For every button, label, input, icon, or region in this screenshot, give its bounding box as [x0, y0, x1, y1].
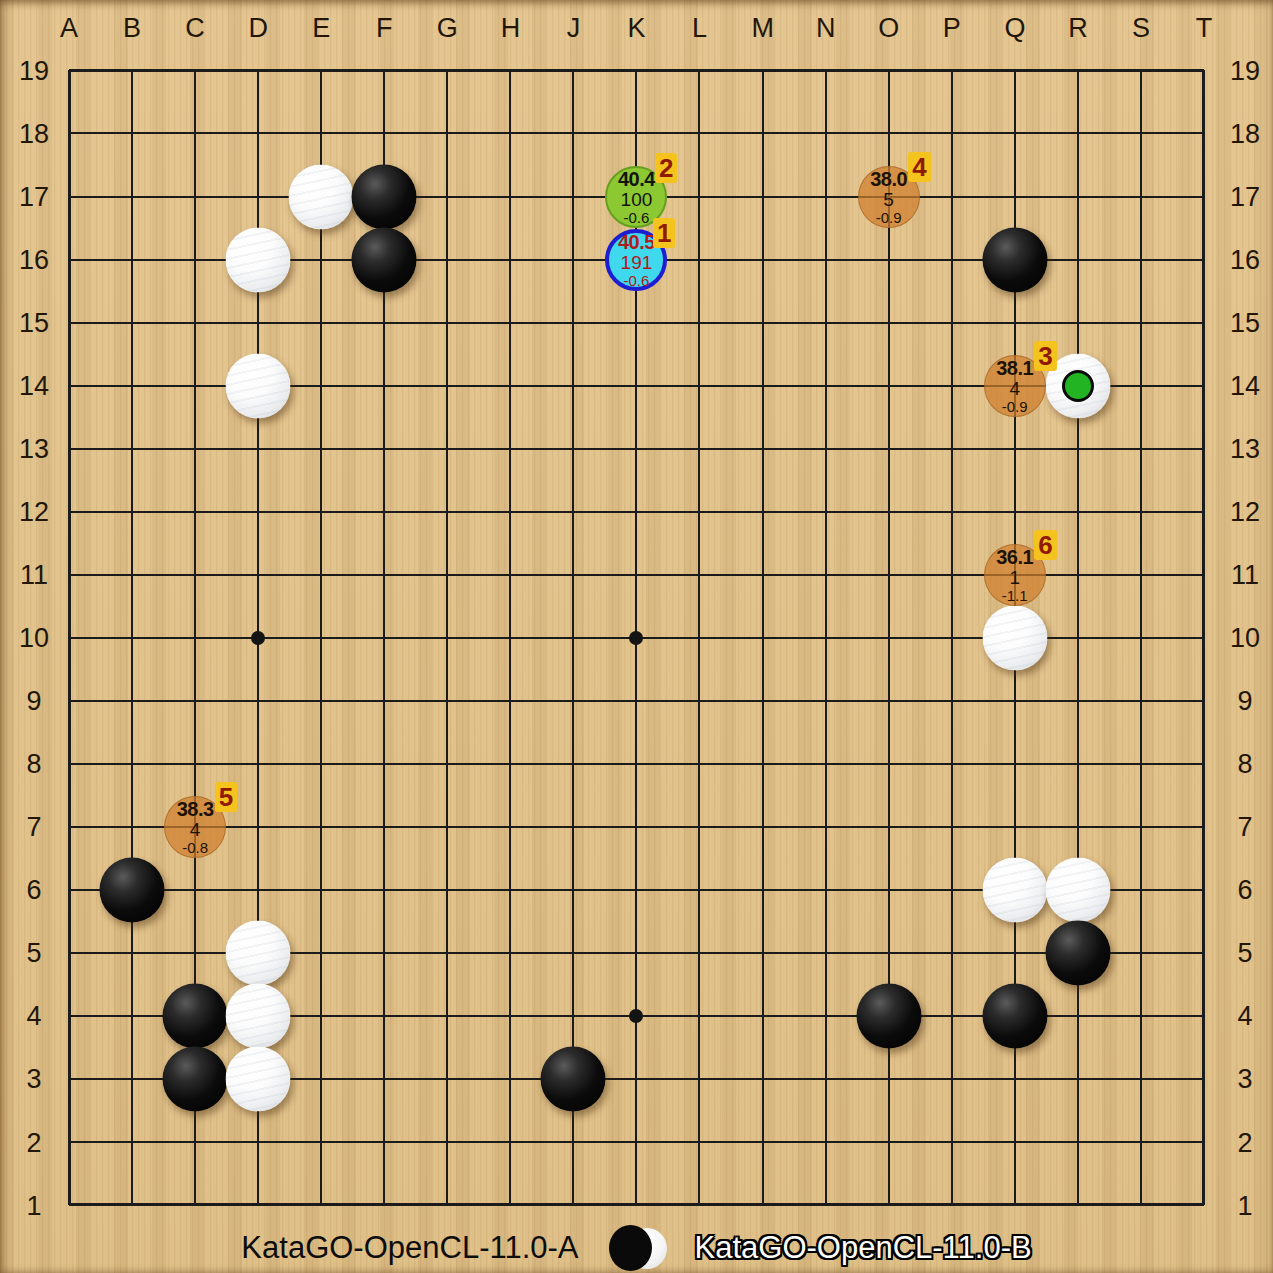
intersection-T7[interactable] — [1172, 795, 1235, 858]
intersection-A6[interactable] — [38, 859, 101, 922]
intersection-O14[interactable] — [857, 354, 920, 417]
intersection-N3[interactable] — [794, 1048, 857, 1111]
intersection-E8[interactable] — [290, 732, 353, 795]
intersection-L5[interactable] — [668, 922, 731, 985]
intersection-N15[interactable] — [794, 291, 857, 354]
intersection-L3[interactable] — [668, 1048, 731, 1111]
intersection-Q4[interactable] — [983, 985, 1046, 1048]
intersection-D19[interactable] — [227, 39, 290, 102]
intersection-D13[interactable] — [227, 417, 290, 480]
intersection-N8[interactable] — [794, 732, 857, 795]
intersection-G2[interactable] — [416, 1111, 479, 1174]
intersection-C13[interactable] — [164, 417, 227, 480]
intersection-S9[interactable] — [1109, 669, 1172, 732]
intersection-T14[interactable] — [1172, 354, 1235, 417]
intersection-M18[interactable] — [731, 102, 794, 165]
candidate-move-C7[interactable]: 38.34-0.85 — [164, 796, 226, 858]
intersection-P16[interactable] — [920, 228, 983, 291]
intersection-T10[interactable] — [1172, 606, 1235, 669]
intersection-O15[interactable] — [857, 291, 920, 354]
intersection-N10[interactable] — [794, 606, 857, 669]
intersection-H4[interactable] — [479, 985, 542, 1048]
intersection-J16[interactable] — [542, 228, 605, 291]
intersection-H3[interactable] — [479, 1048, 542, 1111]
candidate-move-O17[interactable]: 38.05-0.94 — [858, 166, 920, 228]
intersection-B15[interactable] — [101, 291, 164, 354]
intersection-B11[interactable] — [101, 543, 164, 606]
intersection-T15[interactable] — [1172, 291, 1235, 354]
intersection-B17[interactable] — [101, 165, 164, 228]
intersection-G9[interactable] — [416, 669, 479, 732]
intersection-Q18[interactable] — [983, 102, 1046, 165]
intersection-C11[interactable] — [164, 543, 227, 606]
intersection-E4[interactable] — [290, 985, 353, 1048]
intersection-L15[interactable] — [668, 291, 731, 354]
intersection-K7[interactable] — [605, 795, 668, 858]
intersection-G15[interactable] — [416, 291, 479, 354]
intersection-F2[interactable] — [353, 1111, 416, 1174]
intersection-F12[interactable] — [353, 480, 416, 543]
intersection-L12[interactable] — [668, 480, 731, 543]
intersection-S10[interactable] — [1109, 606, 1172, 669]
intersection-H12[interactable] — [479, 480, 542, 543]
intersection-D3[interactable] — [227, 1048, 290, 1111]
intersection-B14[interactable] — [101, 354, 164, 417]
intersection-B16[interactable] — [101, 228, 164, 291]
intersection-N2[interactable] — [794, 1111, 857, 1174]
intersection-S7[interactable] — [1109, 795, 1172, 858]
intersection-R16[interactable] — [1046, 228, 1109, 291]
intersection-H14[interactable] — [479, 354, 542, 417]
intersection-J12[interactable] — [542, 480, 605, 543]
intersection-A2[interactable] — [38, 1111, 101, 1174]
intersection-P15[interactable] — [920, 291, 983, 354]
intersection-E2[interactable] — [290, 1111, 353, 1174]
intersection-B8[interactable] — [101, 732, 164, 795]
intersection-P5[interactable] — [920, 922, 983, 985]
intersection-P9[interactable] — [920, 669, 983, 732]
intersection-L6[interactable] — [668, 859, 731, 922]
intersection-T6[interactable] — [1172, 859, 1235, 922]
intersection-M10[interactable] — [731, 606, 794, 669]
intersection-R6[interactable] — [1046, 859, 1109, 922]
intersection-M5[interactable] — [731, 922, 794, 985]
intersection-T4[interactable] — [1172, 985, 1235, 1048]
intersection-R17[interactable] — [1046, 165, 1109, 228]
intersection-K15[interactable] — [605, 291, 668, 354]
intersection-T12[interactable] — [1172, 480, 1235, 543]
intersection-O7[interactable] — [857, 795, 920, 858]
intersection-S19[interactable] — [1109, 39, 1172, 102]
intersection-Q17[interactable] — [983, 165, 1046, 228]
intersection-M7[interactable] — [731, 795, 794, 858]
intersection-F15[interactable] — [353, 291, 416, 354]
intersection-L2[interactable] — [668, 1111, 731, 1174]
intersection-A9[interactable] — [38, 669, 101, 732]
intersection-N17[interactable] — [794, 165, 857, 228]
intersection-J10[interactable] — [542, 606, 605, 669]
intersection-T9[interactable] — [1172, 669, 1235, 732]
intersection-Q10[interactable] — [983, 606, 1046, 669]
intersection-D10[interactable] — [227, 606, 290, 669]
intersection-T8[interactable] — [1172, 732, 1235, 795]
intersection-D6[interactable] — [227, 859, 290, 922]
intersection-L10[interactable] — [668, 606, 731, 669]
intersection-P11[interactable] — [920, 543, 983, 606]
intersection-R3[interactable] — [1046, 1048, 1109, 1111]
intersection-A7[interactable] — [38, 795, 101, 858]
intersection-C4[interactable] — [164, 985, 227, 1048]
intersection-E7[interactable] — [290, 795, 353, 858]
intersection-S12[interactable] — [1109, 480, 1172, 543]
intersection-M13[interactable] — [731, 417, 794, 480]
intersection-S6[interactable] — [1109, 859, 1172, 922]
intersection-J19[interactable] — [542, 39, 605, 102]
intersection-S17[interactable] — [1109, 165, 1172, 228]
intersection-S11[interactable] — [1109, 543, 1172, 606]
intersection-M11[interactable] — [731, 543, 794, 606]
intersection-H10[interactable] — [479, 606, 542, 669]
intersection-P13[interactable] — [920, 417, 983, 480]
intersection-K14[interactable] — [605, 354, 668, 417]
intersection-G14[interactable] — [416, 354, 479, 417]
intersection-O16[interactable] — [857, 228, 920, 291]
intersection-C7[interactable]: 38.34-0.85 — [164, 795, 227, 858]
intersection-M2[interactable] — [731, 1111, 794, 1174]
intersection-J5[interactable] — [542, 922, 605, 985]
intersection-H15[interactable] — [479, 291, 542, 354]
intersection-N18[interactable] — [794, 102, 857, 165]
intersection-J9[interactable] — [542, 669, 605, 732]
intersection-M9[interactable] — [731, 669, 794, 732]
intersection-F9[interactable] — [353, 669, 416, 732]
intersection-H17[interactable] — [479, 165, 542, 228]
intersection-G3[interactable] — [416, 1048, 479, 1111]
intersection-K3[interactable] — [605, 1048, 668, 1111]
candidate-move-K16[interactable]: 40.5191-0.61 — [605, 229, 667, 291]
intersection-E18[interactable] — [290, 102, 353, 165]
intersection-P10[interactable] — [920, 606, 983, 669]
intersection-J11[interactable] — [542, 543, 605, 606]
intersection-H19[interactable] — [479, 39, 542, 102]
intersection-R19[interactable] — [1046, 39, 1109, 102]
intersection-N14[interactable] — [794, 354, 857, 417]
intersection-O6[interactable] — [857, 859, 920, 922]
intersection-T18[interactable] — [1172, 102, 1235, 165]
intersection-N4[interactable] — [794, 985, 857, 1048]
intersection-H6[interactable] — [479, 859, 542, 922]
intersection-D9[interactable] — [227, 669, 290, 732]
intersection-Q11[interactable]: 36.11-1.16 — [983, 543, 1046, 606]
intersection-J6[interactable] — [542, 859, 605, 922]
intersection-A5[interactable] — [38, 922, 101, 985]
intersection-E12[interactable] — [290, 480, 353, 543]
intersection-O19[interactable] — [857, 39, 920, 102]
intersection-S15[interactable] — [1109, 291, 1172, 354]
intersection-G4[interactable] — [416, 985, 479, 1048]
intersection-M16[interactable] — [731, 228, 794, 291]
intersection-J15[interactable] — [542, 291, 605, 354]
intersection-H13[interactable] — [479, 417, 542, 480]
intersection-L4[interactable] — [668, 985, 731, 1048]
intersection-J17[interactable] — [542, 165, 605, 228]
intersection-Q5[interactable] — [983, 922, 1046, 985]
intersection-H11[interactable] — [479, 543, 542, 606]
intersection-D14[interactable] — [227, 354, 290, 417]
intersection-A3[interactable] — [38, 1048, 101, 1111]
intersection-O8[interactable] — [857, 732, 920, 795]
intersection-N11[interactable] — [794, 543, 857, 606]
intersection-D2[interactable] — [227, 1111, 290, 1174]
intersection-G6[interactable] — [416, 859, 479, 922]
intersection-F11[interactable] — [353, 543, 416, 606]
intersection-B4[interactable] — [101, 985, 164, 1048]
intersection-N13[interactable] — [794, 417, 857, 480]
intersection-F5[interactable] — [353, 922, 416, 985]
intersection-C14[interactable] — [164, 354, 227, 417]
intersection-B19[interactable] — [101, 39, 164, 102]
intersection-H16[interactable] — [479, 228, 542, 291]
intersection-C2[interactable] — [164, 1111, 227, 1174]
intersection-G17[interactable] — [416, 165, 479, 228]
intersection-B7[interactable] — [101, 795, 164, 858]
intersection-K12[interactable] — [605, 480, 668, 543]
intersection-C5[interactable] — [164, 922, 227, 985]
intersection-C19[interactable] — [164, 39, 227, 102]
intersection-L8[interactable] — [668, 732, 731, 795]
intersection-S18[interactable] — [1109, 102, 1172, 165]
intersection-O2[interactable] — [857, 1111, 920, 1174]
intersection-N12[interactable] — [794, 480, 857, 543]
intersection-E3[interactable] — [290, 1048, 353, 1111]
intersection-N6[interactable] — [794, 859, 857, 922]
intersection-M4[interactable] — [731, 985, 794, 1048]
intersection-P2[interactable] — [920, 1111, 983, 1174]
intersection-E17[interactable] — [290, 165, 353, 228]
intersection-Q9[interactable] — [983, 669, 1046, 732]
intersection-C10[interactable] — [164, 606, 227, 669]
intersection-B10[interactable] — [101, 606, 164, 669]
intersection-N9[interactable] — [794, 669, 857, 732]
intersection-L11[interactable] — [668, 543, 731, 606]
intersection-S5[interactable] — [1109, 922, 1172, 985]
intersection-M6[interactable] — [731, 859, 794, 922]
intersection-M15[interactable] — [731, 291, 794, 354]
intersection-T13[interactable] — [1172, 417, 1235, 480]
intersection-S3[interactable] — [1109, 1048, 1172, 1111]
intersection-G10[interactable] — [416, 606, 479, 669]
intersection-B6[interactable] — [101, 859, 164, 922]
intersection-K16[interactable]: 40.5191-0.61 — [605, 228, 668, 291]
intersection-J13[interactable] — [542, 417, 605, 480]
intersection-B2[interactable] — [101, 1111, 164, 1174]
intersection-C12[interactable] — [164, 480, 227, 543]
intersection-F18[interactable] — [353, 102, 416, 165]
intersection-D17[interactable] — [227, 165, 290, 228]
intersection-G19[interactable] — [416, 39, 479, 102]
intersection-M12[interactable] — [731, 480, 794, 543]
intersection-K10[interactable] — [605, 606, 668, 669]
intersection-P12[interactable] — [920, 480, 983, 543]
intersection-O13[interactable] — [857, 417, 920, 480]
intersection-J14[interactable] — [542, 354, 605, 417]
intersection-L13[interactable] — [668, 417, 731, 480]
intersection-O12[interactable] — [857, 480, 920, 543]
intersection-J2[interactable] — [542, 1111, 605, 1174]
intersection-T17[interactable] — [1172, 165, 1235, 228]
intersection-E9[interactable] — [290, 669, 353, 732]
intersection-K5[interactable] — [605, 922, 668, 985]
intersection-O10[interactable] — [857, 606, 920, 669]
intersection-D11[interactable] — [227, 543, 290, 606]
intersection-C9[interactable] — [164, 669, 227, 732]
intersection-Q3[interactable] — [983, 1048, 1046, 1111]
intersection-E10[interactable] — [290, 606, 353, 669]
intersection-M8[interactable] — [731, 732, 794, 795]
intersection-Q13[interactable] — [983, 417, 1046, 480]
intersection-C18[interactable] — [164, 102, 227, 165]
intersection-S13[interactable] — [1109, 417, 1172, 480]
intersection-R8[interactable] — [1046, 732, 1109, 795]
intersection-D16[interactable] — [227, 228, 290, 291]
intersection-H7[interactable] — [479, 795, 542, 858]
intersection-L14[interactable] — [668, 354, 731, 417]
intersection-Q16[interactable] — [983, 228, 1046, 291]
intersection-F8[interactable] — [353, 732, 416, 795]
intersection-R7[interactable] — [1046, 795, 1109, 858]
intersection-T5[interactable] — [1172, 922, 1235, 985]
intersection-G12[interactable] — [416, 480, 479, 543]
intersection-E5[interactable] — [290, 922, 353, 985]
intersection-G16[interactable] — [416, 228, 479, 291]
intersection-M19[interactable] — [731, 39, 794, 102]
intersection-G8[interactable] — [416, 732, 479, 795]
intersection-K19[interactable] — [605, 39, 668, 102]
intersection-T2[interactable] — [1172, 1111, 1235, 1174]
intersection-C3[interactable] — [164, 1048, 227, 1111]
intersection-R10[interactable] — [1046, 606, 1109, 669]
intersection-N7[interactable] — [794, 795, 857, 858]
candidate-move-Q11[interactable]: 36.11-1.16 — [984, 544, 1046, 606]
intersection-D4[interactable] — [227, 985, 290, 1048]
intersection-O5[interactable] — [857, 922, 920, 985]
intersection-H2[interactable] — [479, 1111, 542, 1174]
intersection-L16[interactable] — [668, 228, 731, 291]
intersection-T3[interactable] — [1172, 1048, 1235, 1111]
intersection-E14[interactable] — [290, 354, 353, 417]
intersection-R4[interactable] — [1046, 985, 1109, 1048]
intersection-B5[interactable] — [101, 922, 164, 985]
intersection-T11[interactable] — [1172, 543, 1235, 606]
intersection-B18[interactable] — [101, 102, 164, 165]
intersection-E19[interactable] — [290, 39, 353, 102]
intersection-P19[interactable] — [920, 39, 983, 102]
intersection-B9[interactable] — [101, 669, 164, 732]
intersection-F7[interactable] — [353, 795, 416, 858]
intersection-F4[interactable] — [353, 985, 416, 1048]
intersection-K2[interactable] — [605, 1111, 668, 1174]
intersection-F6[interactable] — [353, 859, 416, 922]
intersection-P7[interactable] — [920, 795, 983, 858]
intersection-N16[interactable] — [794, 228, 857, 291]
intersection-D15[interactable] — [227, 291, 290, 354]
intersection-J18[interactable] — [542, 102, 605, 165]
intersection-O9[interactable] — [857, 669, 920, 732]
intersection-S8[interactable] — [1109, 732, 1172, 795]
intersection-Q8[interactable] — [983, 732, 1046, 795]
intersection-J4[interactable] — [542, 985, 605, 1048]
intersection-N19[interactable] — [794, 39, 857, 102]
intersection-C6[interactable] — [164, 859, 227, 922]
intersection-O4[interactable] — [857, 985, 920, 1048]
intersection-N5[interactable] — [794, 922, 857, 985]
intersection-R13[interactable] — [1046, 417, 1109, 480]
intersection-G7[interactable] — [416, 795, 479, 858]
intersection-L19[interactable] — [668, 39, 731, 102]
intersection-J3[interactable] — [542, 1048, 605, 1111]
intersection-P14[interactable] — [920, 354, 983, 417]
intersection-K4[interactable] — [605, 985, 668, 1048]
intersection-T16[interactable] — [1172, 228, 1235, 291]
intersection-J7[interactable] — [542, 795, 605, 858]
intersection-E16[interactable] — [290, 228, 353, 291]
intersection-F13[interactable] — [353, 417, 416, 480]
intersection-Q7[interactable] — [983, 795, 1046, 858]
intersection-B12[interactable] — [101, 480, 164, 543]
intersection-M14[interactable] — [731, 354, 794, 417]
intersection-R18[interactable] — [1046, 102, 1109, 165]
intersection-G11[interactable] — [416, 543, 479, 606]
intersection-O17[interactable]: 38.05-0.94 — [857, 165, 920, 228]
intersection-P3[interactable] — [920, 1048, 983, 1111]
intersection-S16[interactable] — [1109, 228, 1172, 291]
intersection-H9[interactable] — [479, 669, 542, 732]
intersection-F10[interactable] — [353, 606, 416, 669]
intersection-P8[interactable] — [920, 732, 983, 795]
intersection-L9[interactable] — [668, 669, 731, 732]
intersection-S2[interactable] — [1109, 1111, 1172, 1174]
intersection-C17[interactable] — [164, 165, 227, 228]
intersection-O3[interactable] — [857, 1048, 920, 1111]
intersection-P4[interactable] — [920, 985, 983, 1048]
intersection-Q14[interactable]: 38.14-0.93 — [983, 354, 1046, 417]
intersection-B13[interactable] — [101, 417, 164, 480]
intersection-Q2[interactable] — [983, 1111, 1046, 1174]
intersection-G13[interactable] — [416, 417, 479, 480]
intersection-K8[interactable] — [605, 732, 668, 795]
intersection-J8[interactable] — [542, 732, 605, 795]
intersection-D5[interactable] — [227, 922, 290, 985]
intersection-R5[interactable] — [1046, 922, 1109, 985]
intersection-Q6[interactable] — [983, 859, 1046, 922]
intersection-S14[interactable] — [1109, 354, 1172, 417]
intersection-F19[interactable] — [353, 39, 416, 102]
intersection-H8[interactable] — [479, 732, 542, 795]
intersection-A4[interactable] — [38, 985, 101, 1048]
intersection-F14[interactable] — [353, 354, 416, 417]
intersection-K13[interactable] — [605, 417, 668, 480]
intersection-S4[interactable] — [1109, 985, 1172, 1048]
intersection-F17[interactable] — [353, 165, 416, 228]
intersection-H18[interactable] — [479, 102, 542, 165]
intersection-T19[interactable] — [1172, 39, 1235, 102]
intersection-B3[interactable] — [101, 1048, 164, 1111]
intersection-E15[interactable] — [290, 291, 353, 354]
intersection-F3[interactable] — [353, 1048, 416, 1111]
intersection-H5[interactable] — [479, 922, 542, 985]
intersection-R2[interactable] — [1046, 1111, 1109, 1174]
intersection-M17[interactable] — [731, 165, 794, 228]
